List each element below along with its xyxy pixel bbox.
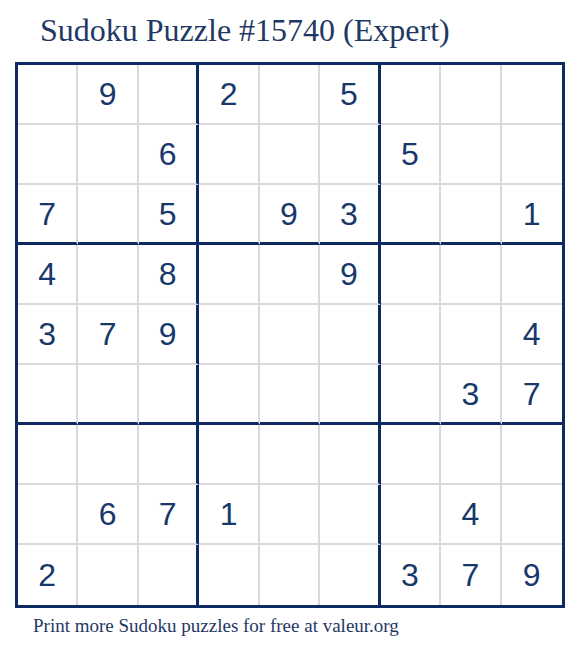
sudoku-cell-r6c4: [199, 365, 259, 425]
sudoku-cell-r5c4: [199, 305, 259, 365]
sudoku-cell-r1c3: [139, 65, 199, 125]
sudoku-cell-r1c9: [502, 65, 562, 125]
sudoku-cell-r3c1: 7: [18, 185, 78, 245]
sudoku-cell-r8c8: 4: [441, 485, 501, 545]
sudoku-cell-r8c5: [260, 485, 320, 545]
sudoku-cell-r8c1: [18, 485, 78, 545]
sudoku-cell-r9c8: 7: [441, 545, 501, 605]
sudoku-cell-r6c3: [139, 365, 199, 425]
sudoku-cell-r2c2: [78, 125, 138, 185]
sudoku-board: 925657593148937943767142379: [15, 62, 565, 608]
sudoku-cell-r5c9: 4: [502, 305, 562, 365]
sudoku-cell-r3c5: 9: [260, 185, 320, 245]
sudoku-cell-r9c6: [320, 545, 380, 605]
sudoku-cell-r2c1: [18, 125, 78, 185]
sudoku-cell-r8c6: [320, 485, 380, 545]
sudoku-cell-r3c3: 5: [139, 185, 199, 245]
sudoku-cell-r5c2: 7: [78, 305, 138, 365]
sudoku-cell-r2c5: [260, 125, 320, 185]
sudoku-cell-r6c1: [18, 365, 78, 425]
sudoku-cell-r4c5: [260, 245, 320, 305]
sudoku-cell-r3c9: 1: [502, 185, 562, 245]
sudoku-cell-r9c4: [199, 545, 259, 605]
sudoku-cell-r8c3: 7: [139, 485, 199, 545]
sudoku-cell-r2c6: [320, 125, 380, 185]
sudoku-cell-r9c5: [260, 545, 320, 605]
sudoku-cell-r3c7: [381, 185, 441, 245]
sudoku-cell-r4c8: [441, 245, 501, 305]
sudoku-cell-r1c4: 2: [199, 65, 259, 125]
sudoku-cell-r2c7: 5: [381, 125, 441, 185]
sudoku-cell-r6c9: 7: [502, 365, 562, 425]
sudoku-cell-r9c9: 9: [502, 545, 562, 605]
sudoku-cell-r1c6: 5: [320, 65, 380, 125]
sudoku-cell-r8c9: [502, 485, 562, 545]
sudoku-cell-r1c8: [441, 65, 501, 125]
sudoku-cell-r1c2: 9: [78, 65, 138, 125]
sudoku-cell-r1c1: [18, 65, 78, 125]
sudoku-cell-r7c6: [320, 425, 380, 485]
sudoku-cell-r4c7: [381, 245, 441, 305]
sudoku-cell-r4c3: 8: [139, 245, 199, 305]
sudoku-cell-r9c1: 2: [18, 545, 78, 605]
sudoku-cell-r6c2: [78, 365, 138, 425]
sudoku-cell-r8c4: 1: [199, 485, 259, 545]
sudoku-cell-r9c2: [78, 545, 138, 605]
footer-text: Print more Sudoku puzzles for free at va…: [33, 615, 399, 637]
sudoku-cell-r3c2: [78, 185, 138, 245]
sudoku-cell-r5c8: [441, 305, 501, 365]
sudoku-cell-r6c6: [320, 365, 380, 425]
sudoku-cell-r6c5: [260, 365, 320, 425]
sudoku-cell-r2c9: [502, 125, 562, 185]
sudoku-cell-r7c8: [441, 425, 501, 485]
sudoku-cell-r4c2: [78, 245, 138, 305]
sudoku-cell-r5c6: [320, 305, 380, 365]
sudoku-cell-r2c8: [441, 125, 501, 185]
sudoku-cell-r7c2: [78, 425, 138, 485]
page-title: Sudoku Puzzle #15740 (Expert): [40, 12, 450, 49]
sudoku-cell-r4c9: [502, 245, 562, 305]
sudoku-cell-r9c3: [139, 545, 199, 605]
sudoku-cell-r7c7: [381, 425, 441, 485]
sudoku-cell-r7c5: [260, 425, 320, 485]
sudoku-cell-r8c2: 6: [78, 485, 138, 545]
sudoku-cell-r3c8: [441, 185, 501, 245]
sudoku-cell-r1c5: [260, 65, 320, 125]
sudoku-cell-r4c6: 9: [320, 245, 380, 305]
sudoku-cell-r3c6: 3: [320, 185, 380, 245]
sudoku-cell-r9c7: 3: [381, 545, 441, 605]
sudoku-cell-r6c8: 3: [441, 365, 501, 425]
sudoku-cell-r8c7: [381, 485, 441, 545]
sudoku-cell-r7c9: [502, 425, 562, 485]
sudoku-cell-r2c4: [199, 125, 259, 185]
sudoku-cell-r7c3: [139, 425, 199, 485]
sudoku-cell-r4c4: [199, 245, 259, 305]
sudoku-cell-r7c1: [18, 425, 78, 485]
sudoku-cell-r7c4: [199, 425, 259, 485]
sudoku-cell-r5c1: 3: [18, 305, 78, 365]
sudoku-cell-r4c1: 4: [18, 245, 78, 305]
sudoku-cell-r5c5: [260, 305, 320, 365]
sudoku-page: Sudoku Puzzle #15740 (Expert) 9256575931…: [0, 0, 580, 651]
sudoku-cell-r3c4: [199, 185, 259, 245]
sudoku-cell-r1c7: [381, 65, 441, 125]
sudoku-cell-r2c3: 6: [139, 125, 199, 185]
sudoku-cell-r6c7: [381, 365, 441, 425]
sudoku-cell-r5c3: 9: [139, 305, 199, 365]
sudoku-cell-r5c7: [381, 305, 441, 365]
